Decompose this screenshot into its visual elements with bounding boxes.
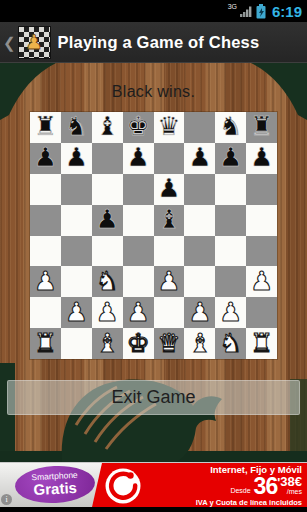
square-e3[interactable]: ♟ [154,266,185,297]
exit-game-label: Exit Game [111,387,195,408]
square-g7[interactable]: ♟ [215,143,246,174]
square-g8[interactable]: ♞ [215,112,246,143]
square-h2[interactable] [246,297,277,328]
white-rook-piece: ♜ [34,330,57,356]
signal-strength-icon [240,6,253,17]
square-c7[interactable] [92,143,123,174]
white-knight-piece: ♞ [96,268,119,294]
ad-badge-line2: Gratis [33,480,77,499]
black-bishop-piece: ♝ [157,206,180,232]
square-f5[interactable] [184,205,215,236]
black-rook-piece: ♜ [250,113,273,139]
black-pawn-piece: ♟ [250,144,273,170]
square-b8[interactable]: ♞ [61,112,92,143]
square-c1[interactable]: ♝ [92,328,123,359]
square-a7[interactable]: ♟ [30,143,61,174]
white-pawn-piece: ♟ [188,299,211,325]
square-a6[interactable] [30,174,61,205]
clock: 6:19 [272,3,302,20]
ad-disclaimer: IVA y Cuota de línea incluidos [142,498,302,507]
black-bishop-piece: ♝ [96,113,119,139]
ad-text-block: Internet, Fijo y Móvil Desde 36 ' 38€ /m… [142,464,302,507]
ad-price-prefix: Desde [230,487,250,494]
white-king-piece: ♚ [126,330,149,356]
square-a8[interactable]: ♜ [30,112,61,143]
square-b2[interactable]: ♟ [61,297,92,328]
white-pawn-piece: ♟ [250,268,273,294]
white-pawn-piece: ♟ [219,299,242,325]
black-pawn-piece: ♟ [65,144,88,170]
ad-price: Desde 36 ' 38€ /mes [142,475,302,498]
square-f1[interactable]: ♝ [184,328,215,359]
square-f8[interactable] [184,112,215,143]
white-pawn-piece: ♟ [65,299,88,325]
bottom-black-strip [0,507,307,512]
action-bar: ❮ ♟ Playing a Game of Chess [0,22,307,63]
square-c6[interactable] [92,174,123,205]
square-h1[interactable]: ♜ [246,328,277,359]
square-e6[interactable]: ♟ [154,174,185,205]
square-f6[interactable] [184,174,215,205]
black-rook-piece: ♜ [34,113,57,139]
ad-headline: Internet, Fijo y Móvil [142,464,302,475]
square-e5[interactable]: ♝ [154,205,185,236]
network-type-label: 3G [228,3,237,10]
square-c5[interactable]: ♟ [92,205,123,236]
black-pawn-piece: ♟ [157,175,180,201]
white-pawn-piece: ♟ [157,268,180,294]
white-rook-piece: ♜ [250,330,273,356]
white-pawn-piece: ♟ [96,299,119,325]
black-king-piece: ♚ [126,113,149,139]
screen: 3G 6:19 ❮ ♟ Playing a Game of Chess [0,0,307,512]
square-g2[interactable]: ♟ [215,297,246,328]
square-f3[interactable] [184,266,215,297]
exit-game-button[interactable]: Exit Game [7,380,300,415]
ad-price-decimals: 38€ [280,475,302,488]
white-queen-piece: ♛ [157,330,180,356]
square-d8[interactable]: ♚ [123,112,154,143]
square-d3[interactable] [123,266,154,297]
square-h8[interactable]: ♜ [246,112,277,143]
game-result-text: Black wins. [0,83,307,101]
square-a1[interactable]: ♜ [30,328,61,359]
black-pawn-piece: ♟ [96,206,119,232]
square-g3[interactable] [215,266,246,297]
square-c4[interactable] [92,236,123,267]
square-e2[interactable] [154,297,185,328]
square-f4[interactable] [184,236,215,267]
black-pawn-piece: ♟ [34,144,57,170]
square-b6[interactable] [61,174,92,205]
square-f7[interactable]: ♟ [184,143,215,174]
black-pawn-piece: ♟ [126,144,149,170]
ad-price-unit: /mes [287,488,302,495]
black-queen-piece: ♛ [157,113,180,139]
square-h5[interactable] [246,205,277,236]
square-h6[interactable] [246,174,277,205]
back-chevron-icon[interactable]: ❮ [3,35,16,50]
ad-info-icon[interactable]: i [1,494,12,505]
square-h7[interactable]: ♟ [246,143,277,174]
gold-pawn-icon: ♟ [25,32,43,52]
square-b4[interactable] [61,236,92,267]
square-b7[interactable]: ♟ [61,143,92,174]
square-b3[interactable] [61,266,92,297]
white-pawn-piece: ♟ [126,299,149,325]
square-d4[interactable] [123,236,154,267]
app-icon[interactable]: ♟ [18,26,51,59]
square-a2[interactable] [30,297,61,328]
square-b1[interactable] [61,328,92,359]
white-bishop-piece: ♝ [188,330,211,356]
white-pawn-piece: ♟ [34,268,57,294]
square-e7[interactable] [154,143,185,174]
vodafone-logo-icon [104,467,142,505]
game-area: Black wins. ♜♞♝♚♛♞♜♟♟♟♟♟♟♟♟♝♟♞♟♟♟♟♟♟♟♜♝♚… [0,63,307,462]
square-d6[interactable] [123,174,154,205]
square-d2[interactable]: ♟ [123,297,154,328]
square-a5[interactable] [30,205,61,236]
ad-banner[interactable]: Smartphone Gratis i Internet, Fijo y Móv… [0,462,307,507]
black-pawn-piece: ♟ [188,144,211,170]
chess-board[interactable]: ♜♞♝♚♛♞♜♟♟♟♟♟♟♟♟♝♟♞♟♟♟♟♟♟♟♜♝♚♛♝♞♜ [30,112,277,359]
square-e4[interactable] [154,236,185,267]
square-e1[interactable]: ♛ [154,328,185,359]
square-c3[interactable]: ♞ [92,266,123,297]
black-knight-piece: ♞ [219,113,242,139]
square-e8[interactable]: ♛ [154,112,185,143]
battery-charging-icon [256,4,266,19]
page-title: Playing a Game of Chess [58,33,260,52]
square-g4[interactable] [215,236,246,267]
square-d1[interactable]: ♚ [123,328,154,359]
square-g5[interactable] [215,205,246,236]
ad-price-integer: 36 [254,475,278,498]
status-bar: 3G 6:19 [0,0,307,22]
square-b5[interactable] [61,205,92,236]
square-g6[interactable] [215,174,246,205]
square-d5[interactable] [123,205,154,236]
white-knight-piece: ♞ [219,330,242,356]
square-d7[interactable]: ♟ [123,143,154,174]
square-c8[interactable]: ♝ [92,112,123,143]
black-knight-piece: ♞ [65,113,88,139]
black-pawn-piece: ♟ [219,144,242,170]
square-a4[interactable] [30,236,61,267]
white-bishop-piece: ♝ [96,330,119,356]
square-h3[interactable]: ♟ [246,266,277,297]
square-h4[interactable] [246,236,277,267]
square-g1[interactable]: ♞ [215,328,246,359]
square-f2[interactable]: ♟ [184,297,215,328]
square-c2[interactable]: ♟ [92,297,123,328]
square-a3[interactable]: ♟ [30,266,61,297]
